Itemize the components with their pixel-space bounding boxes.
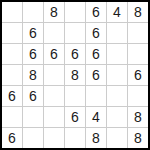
- given-cell-r6c4: 6: [65, 107, 85, 127]
- empty-cell-r7c6[interactable]: [107, 128, 127, 148]
- empty-cell-r7c4[interactable]: [65, 128, 85, 148]
- empty-cell-r2c7[interactable]: [128, 23, 148, 43]
- empty-cell-r6c6[interactable]: [107, 107, 127, 127]
- empty-cell-r5c3[interactable]: [44, 86, 64, 106]
- empty-cell-r6c1[interactable]: [2, 107, 22, 127]
- given-cell-r4c2: 8: [23, 65, 43, 85]
- empty-cell-r4c3[interactable]: [44, 65, 64, 85]
- empty-cell-r2c3[interactable]: [44, 23, 64, 43]
- empty-cell-r5c5[interactable]: [86, 86, 106, 106]
- given-cell-r3c2: 6: [23, 44, 43, 64]
- empty-cell-r7c3[interactable]: [44, 128, 64, 148]
- empty-cell-r7c2[interactable]: [23, 128, 43, 148]
- empty-cell-r2c1[interactable]: [2, 23, 22, 43]
- empty-cell-r6c3[interactable]: [44, 107, 64, 127]
- given-cell-r7c1: 6: [2, 128, 22, 148]
- empty-cell-r5c7[interactable]: [128, 86, 148, 106]
- empty-cell-r1c2[interactable]: [23, 2, 43, 22]
- puzzle-board: 8648666666886666648688: [0, 0, 150, 150]
- given-cell-r3c3: 6: [44, 44, 64, 64]
- given-cell-r1c7: 8: [128, 2, 148, 22]
- empty-cell-r3c6[interactable]: [107, 44, 127, 64]
- given-cell-r3c5: 6: [86, 44, 106, 64]
- given-cell-r3c4: 6: [65, 44, 85, 64]
- given-cell-r1c6: 4: [107, 2, 127, 22]
- given-cell-r2c5: 6: [86, 23, 106, 43]
- empty-cell-r1c1[interactable]: [2, 2, 22, 22]
- given-cell-r4c5: 6: [86, 65, 106, 85]
- given-cell-r4c7: 6: [128, 65, 148, 85]
- given-cell-r4c4: 8: [65, 65, 85, 85]
- empty-cell-r2c6[interactable]: [107, 23, 127, 43]
- empty-cell-r3c1[interactable]: [2, 44, 22, 64]
- given-cell-r2c2: 6: [23, 23, 43, 43]
- empty-cell-r5c4[interactable]: [65, 86, 85, 106]
- empty-cell-r1c4[interactable]: [65, 2, 85, 22]
- given-cell-r7c7: 8: [128, 128, 148, 148]
- given-cell-r6c7: 8: [128, 107, 148, 127]
- empty-cell-r4c1[interactable]: [2, 65, 22, 85]
- empty-cell-r3c7[interactable]: [128, 44, 148, 64]
- empty-cell-r2c4[interactable]: [65, 23, 85, 43]
- given-cell-r7c5: 8: [86, 128, 106, 148]
- empty-cell-r5c6[interactable]: [107, 86, 127, 106]
- empty-cell-r4c6[interactable]: [107, 65, 127, 85]
- empty-cell-r6c2[interactable]: [23, 107, 43, 127]
- given-cell-r1c3: 8: [44, 2, 64, 22]
- given-cell-r1c5: 6: [86, 2, 106, 22]
- given-cell-r5c1: 6: [2, 86, 22, 106]
- given-cell-r5c2: 6: [23, 86, 43, 106]
- given-cell-r6c5: 4: [86, 107, 106, 127]
